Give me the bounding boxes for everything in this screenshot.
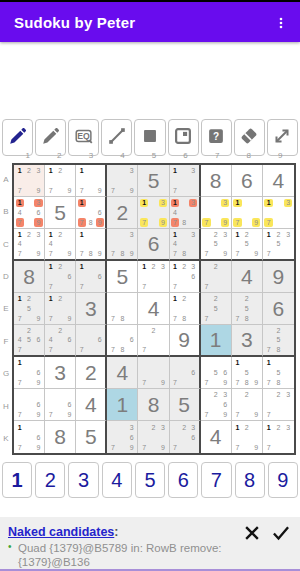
pen-icon (7, 125, 29, 150)
cell-C6[interactable]: 13478 (170, 229, 201, 261)
cell-A6[interactable]: 137 (170, 165, 201, 197)
candidate-7: 7 (16, 443, 24, 452)
pencil-marks: 679 (14, 389, 44, 420)
question-icon: ? (205, 125, 227, 150)
cell-H8[interactable]: 279 (232, 389, 263, 421)
candidate-1: 1 (47, 295, 55, 304)
candidate-4: 4 (16, 240, 24, 248)
candidate-2: 2 (56, 327, 64, 335)
candidate-2: 2 (212, 295, 220, 304)
apply-hint-icon[interactable] (270, 523, 292, 547)
candidate-9: 9 (65, 410, 73, 419)
digit-button-6[interactable]: 6 (168, 462, 198, 498)
cell-E2[interactable]: 1279 (45, 293, 76, 325)
cell-A1[interactable]: 12379 (14, 165, 45, 197)
candidate-2: 2 (243, 295, 251, 304)
candidate-2: 2 (56, 231, 64, 239)
dismiss-hint-icon[interactable] (242, 523, 262, 547)
candidate-9: 9 (159, 218, 167, 227)
candidate-3: 3 (128, 423, 136, 432)
candidate-8: 8 (87, 249, 95, 257)
cell-D3[interactable]: 167 (76, 261, 107, 293)
candidate-3: 3 (189, 167, 197, 176)
candidate-5: 5 (212, 368, 220, 377)
candidate-2: 2 (212, 391, 220, 400)
pencil-marks: 12357 (263, 229, 294, 259)
cell-H7[interactable]: 23679 (201, 389, 232, 421)
cell-G8[interactable]: 15789 (232, 357, 263, 389)
kebab-menu-icon[interactable] (268, 10, 294, 36)
candidate-7: 7 (78, 345, 86, 353)
candidate-3: 3 (221, 391, 229, 400)
candidate-7: 7 (202, 218, 210, 227)
candidate-9: 9 (221, 378, 229, 387)
pencil-marks: 78 (107, 293, 137, 324)
candidate-9: 9 (34, 186, 42, 195)
candidate-7: 7 (171, 314, 179, 323)
cell-H6[interactable]: 5 (170, 389, 201, 421)
candidate-1: 1 (264, 231, 273, 239)
svg-text:EQ: EQ (77, 131, 90, 141)
digit-button-9[interactable]: 9 (268, 462, 298, 498)
candidate-7: 7 (140, 345, 148, 353)
digit-button-1[interactable]: 1 (2, 462, 32, 498)
cell-A8[interactable]: 6 (232, 165, 263, 197)
row-label-C: C (0, 228, 12, 260)
cell-F4[interactable]: 678 (107, 325, 138, 357)
candidate-7: 7 (171, 378, 179, 387)
candidate-6: 6 (34, 208, 42, 217)
cell-A4[interactable]: 379 (107, 165, 138, 197)
number-pad: 123456789 (2, 462, 298, 498)
col-label-2: 2 (44, 151, 76, 162)
digit-button-7[interactable]: 7 (201, 462, 231, 498)
cell-C5[interactable]: 6 (138, 229, 169, 261)
candidate-9: 9 (96, 249, 104, 257)
pencil-marks: 678 (107, 325, 137, 355)
cell-H2[interactable]: 679 (45, 389, 76, 421)
pencil-marks: 1679 (14, 357, 44, 388)
row-label-F: F (0, 325, 12, 357)
col-label-7: 7 (201, 151, 233, 162)
candidate-6: 6 (65, 400, 73, 409)
candidate-3: 3 (189, 263, 197, 272)
column-labels: 123456789 (12, 151, 296, 162)
candidate-2: 2 (25, 327, 33, 335)
candidate-5: 5 (212, 240, 220, 248)
cell-K9[interactable]: 1237 (263, 421, 294, 453)
candidate-2: 2 (56, 295, 64, 304)
cell-H5[interactable]: 8 (138, 389, 169, 421)
cell-G3[interactable]: 2 (76, 357, 107, 389)
cell-B3[interactable]: 16789 (76, 197, 107, 229)
cell-C3[interactable]: 1789 (76, 229, 107, 261)
candidate-6: 6 (34, 400, 42, 409)
candidate-6: 6 (65, 272, 73, 281)
candidate-7: 7 (16, 345, 24, 353)
cell-K7[interactable]: 4 (201, 421, 232, 453)
pencil-marks: 179 (232, 197, 262, 228)
candidate-4: 4 (16, 336, 24, 344)
cell-C4[interactable]: 3789 (107, 229, 138, 261)
candidate-7: 7 (264, 443, 273, 452)
pencil-marks: 134679 (14, 197, 44, 228)
cell-E4[interactable]: 78 (107, 293, 138, 325)
digit-button-3[interactable]: 3 (68, 462, 98, 498)
cell-K6[interactable]: 2367 (170, 421, 201, 453)
candidate-7: 7 (264, 249, 273, 257)
candidate-5: 5 (243, 304, 251, 313)
candidate-2: 2 (56, 263, 64, 272)
candidate-7: 7 (78, 186, 86, 195)
cell-B4[interactable]: 2 (107, 197, 138, 229)
cell-E5[interactable]: 4 (138, 293, 169, 325)
cell-G7[interactable]: 5679 (201, 357, 232, 389)
candidate-6: 6 (128, 433, 136, 442)
candidate-7: 7 (202, 282, 210, 291)
col-label-9: 9 (264, 151, 296, 162)
pencil-marks: 79 (138, 357, 168, 388)
cell-value: 4 (107, 357, 137, 388)
candidate-7: 7 (16, 218, 24, 227)
digit-button-2[interactable]: 2 (35, 462, 65, 498)
candidate-5: 5 (212, 304, 220, 313)
pencil-marks: 12579 (14, 293, 44, 324)
cell-value: 4 (201, 421, 231, 453)
candidate-7: 7 (202, 410, 210, 419)
pencil-marks: 1237 (263, 421, 294, 453)
cell-value: 1 (107, 389, 137, 420)
candidate-7: 7 (171, 218, 179, 227)
cell-A5[interactable]: 5 (138, 165, 169, 197)
cell-value: 3 (232, 325, 262, 355)
cell-value: 5 (76, 421, 105, 453)
cell-F6[interactable]: 9 (170, 325, 201, 357)
candidate-7: 7 (233, 410, 241, 419)
pencil-marks: 3679 (107, 421, 137, 453)
pencil-marks: 23679 (201, 389, 231, 420)
candidate-1: 1 (78, 199, 86, 208)
cell-value: 4 (263, 165, 294, 196)
pencil-marks: 2379 (138, 421, 168, 453)
candidate-1: 1 (171, 231, 179, 239)
pencil-icon (40, 125, 62, 150)
cell-D9[interactable]: 9 (263, 261, 294, 293)
cell-G5[interactable]: 79 (138, 357, 169, 389)
cell-H3[interactable]: 4 (76, 389, 107, 421)
candidate-8: 8 (180, 249, 188, 257)
cell-K8[interactable]: 1279 (232, 421, 263, 453)
candidate-1: 1 (47, 167, 55, 176)
corner-square-icon (172, 125, 194, 150)
pencil-marks: 679 (45, 389, 75, 420)
cell-E3[interactable]: 3 (76, 293, 107, 325)
candidate-3: 3 (189, 231, 197, 239)
candidate-6: 6 (34, 433, 42, 442)
candidate-1: 1 (140, 199, 148, 208)
candidate-8: 8 (118, 249, 126, 257)
cell-F1[interactable]: 24567 (14, 325, 45, 357)
candidate-9: 9 (96, 218, 104, 227)
candidate-3: 3 (284, 231, 293, 239)
pencil-marks: 23579 (201, 229, 231, 259)
candidate-1: 1 (47, 231, 55, 239)
cell-E6[interactable]: 1278 (170, 293, 201, 325)
candidate-3: 3 (221, 199, 229, 208)
candidate-2: 2 (212, 231, 220, 239)
candidate-2: 2 (274, 327, 283, 335)
candidate-7: 7 (47, 186, 55, 195)
cell-value: 5 (107, 261, 137, 292)
candidate-1: 1 (78, 231, 86, 239)
cell-G2[interactable]: 3 (45, 357, 76, 389)
pencil-marks: 27 (138, 325, 168, 355)
cell-K3[interactable]: 5 (76, 421, 107, 453)
cell-B7[interactable]: 379 (201, 197, 232, 229)
candidate-9: 9 (128, 249, 136, 257)
candidate-9: 9 (159, 378, 167, 387)
cell-C8[interactable]: 12579 (232, 229, 263, 261)
candidate-6: 6 (96, 336, 104, 344)
candidate-7: 7 (233, 314, 241, 323)
cell-C1[interactable]: 123479 (14, 229, 45, 261)
cell-G4[interactable]: 4 (107, 357, 138, 389)
cell-D8[interactable]: 4 (232, 261, 263, 293)
candidate-9: 9 (34, 314, 42, 323)
pencil-marks: 15789 (232, 357, 262, 388)
candidate-7: 7 (140, 378, 148, 387)
cell-D6[interactable]: 12367 (170, 261, 201, 293)
cell-B9[interactable]: 137 (263, 197, 294, 229)
candidate-7: 7 (16, 186, 24, 195)
pencil-marks: 12479 (45, 229, 75, 259)
cell-H1[interactable]: 679 (14, 389, 45, 421)
candidate-8: 8 (118, 314, 126, 323)
candidate-6: 6 (221, 368, 229, 377)
cell-K2[interactable]: 8 (45, 421, 76, 453)
candidate-2: 2 (274, 423, 283, 432)
pencil-marks: 1679 (14, 421, 44, 453)
row-label-G: G (0, 358, 12, 390)
cell-E8[interactable]: 2578 (232, 293, 263, 325)
candidate-9: 9 (34, 218, 42, 227)
cell-B2[interactable]: 5 (45, 197, 76, 229)
candidate-7: 7 (78, 282, 86, 291)
row-label-B: B (0, 195, 12, 227)
candidate-7: 7 (109, 443, 117, 452)
candidate-7: 7 (78, 249, 86, 257)
cell-A9[interactable]: 4 (263, 165, 294, 197)
find-eq-icon: EQ (73, 125, 95, 150)
cell-B5[interactable]: 1379 (138, 197, 169, 229)
candidate-3: 3 (189, 199, 197, 208)
digit-button-4[interactable]: 4 (102, 462, 132, 498)
candidate-9: 9 (221, 410, 229, 419)
cell-F5[interactable]: 27 (138, 325, 169, 357)
candidate-3: 3 (284, 199, 293, 208)
pencil-marks: 1578 (263, 357, 294, 388)
candidate-7: 7 (47, 282, 55, 291)
cell-value: 3 (45, 357, 75, 388)
expand-icon (271, 125, 293, 150)
cell-B6[interactable]: 13478 (170, 197, 201, 229)
candidate-4: 4 (171, 240, 179, 248)
app-bar: Sudoku by Peter (0, 0, 300, 42)
col-label-8: 8 (233, 151, 265, 162)
row-label-K: K (0, 423, 12, 455)
cell-G1[interactable]: 1679 (14, 357, 45, 389)
candidate-1: 1 (171, 199, 179, 208)
cell-G9[interactable]: 1578 (263, 357, 294, 389)
cell-value: 5 (170, 389, 199, 420)
pencil-marks: 379 (107, 165, 137, 196)
candidate-7: 7 (264, 218, 273, 227)
cell-C2[interactable]: 12479 (45, 229, 76, 261)
pencil-marks: 1278 (170, 293, 199, 324)
candidate-2: 2 (25, 167, 33, 176)
row-labels: ABCDEFGHK (0, 163, 12, 455)
sudoku-board: 1237912791793795137864134679516789213791… (12, 163, 296, 455)
candidate-9: 9 (34, 249, 42, 257)
candidate-3: 3 (128, 167, 136, 176)
candidate-2: 2 (274, 391, 283, 400)
candidate-7: 7 (16, 410, 24, 419)
pencil-marks: 279 (232, 389, 262, 420)
cell-K4[interactable]: 3679 (107, 421, 138, 453)
pencil-marks: 12367 (170, 261, 199, 292)
cell-value: 8 (201, 165, 231, 196)
candidate-9: 9 (34, 443, 42, 452)
candidate-7: 7 (233, 218, 241, 227)
cell-D2[interactable]: 1267 (45, 261, 76, 293)
candidate-5: 5 (25, 336, 33, 344)
pencil-marks: 67 (170, 357, 199, 388)
candidate-7: 7 (233, 443, 241, 452)
cell-E7[interactable]: 257 (201, 293, 232, 325)
cell-E1[interactable]: 12579 (14, 293, 45, 325)
cell-value: 8 (45, 421, 75, 453)
cell-K1[interactable]: 1679 (14, 421, 45, 453)
cell-value: 6 (263, 293, 294, 324)
col-label-4: 4 (107, 151, 139, 162)
pencil-marks: 257 (201, 293, 231, 324)
cell-E9[interactable]: 6 (263, 293, 294, 325)
cell-B8[interactable]: 179 (232, 197, 263, 229)
candidate-9: 9 (65, 314, 73, 323)
candidate-1: 1 (233, 359, 241, 368)
candidate-6: 6 (189, 433, 197, 442)
cell-A7[interactable]: 8 (201, 165, 232, 197)
candidate-7: 7 (233, 249, 241, 257)
cell-F3[interactable]: 67 (76, 325, 107, 357)
candidate-6: 6 (128, 336, 136, 344)
cell-C9[interactable]: 12357 (263, 229, 294, 261)
digit-button-5[interactable]: 5 (135, 462, 165, 498)
pencil-marks: 2367 (170, 421, 199, 453)
cell-K5[interactable]: 2379 (138, 421, 169, 453)
eraser-icon (238, 125, 260, 150)
app-title: Sudoku by Peter (14, 14, 135, 31)
candidate-5: 5 (243, 368, 251, 377)
cell-F8[interactable]: 3 (232, 325, 263, 357)
cell-D4[interactable]: 5 (107, 261, 138, 293)
col-label-5: 5 (138, 151, 170, 162)
candidate-7: 7 (171, 443, 179, 452)
cell-A2[interactable]: 1279 (45, 165, 76, 197)
candidate-3: 3 (159, 423, 167, 432)
cell-value: 4 (76, 389, 105, 420)
candidate-4: 4 (16, 208, 24, 217)
candidate-8: 8 (180, 218, 188, 227)
col-label-3: 3 (75, 151, 107, 162)
cell-F7[interactable]: 1 (201, 325, 232, 357)
candidate-9: 9 (65, 249, 73, 257)
cell-value: 5 (45, 197, 75, 228)
cell-F9[interactable]: 2578 (263, 325, 294, 357)
cell-G6[interactable]: 67 (170, 357, 201, 389)
candidate-6: 6 (221, 400, 229, 409)
candidate-7: 7 (47, 345, 55, 353)
candidate-7: 7 (140, 282, 148, 291)
pencil-marks: 379 (201, 197, 231, 228)
pencil-marks: 137 (263, 197, 294, 228)
candidate-1: 1 (171, 167, 179, 176)
candidate-7: 7 (109, 249, 117, 257)
candidate-2: 2 (25, 295, 33, 304)
candidate-9: 9 (252, 378, 260, 387)
candidate-6: 6 (34, 336, 42, 344)
cell-value: 9 (263, 261, 294, 292)
cell-D1[interactable]: 8 (14, 261, 45, 293)
candidate-1: 1 (140, 263, 148, 272)
candidate-8: 8 (87, 218, 95, 227)
cell-D5[interactable]: 1237 (138, 261, 169, 293)
candidate-5: 5 (274, 368, 283, 377)
svg-text:?: ? (213, 131, 219, 142)
cell-H9[interactable]: 237 (263, 389, 294, 421)
candidate-1: 1 (78, 167, 86, 176)
cell-A3[interactable]: 179 (76, 165, 107, 197)
candidate-3: 3 (34, 199, 42, 208)
pencil-marks: 13478 (170, 229, 199, 259)
cell-D7[interactable]: 27 (201, 261, 232, 293)
candidate-7: 7 (109, 314, 117, 323)
hint-bullet: • (8, 541, 12, 554)
cell-B1[interactable]: 134679 (14, 197, 45, 229)
candidate-1: 1 (233, 423, 241, 432)
cell-value: 4 (138, 293, 168, 324)
pencil-marks: 3789 (107, 229, 137, 259)
hint-technique-link[interactable]: Naked candidates (8, 525, 114, 539)
candidate-1: 1 (171, 295, 179, 304)
cell-H4[interactable]: 1 (107, 389, 138, 421)
candidate-7: 7 (16, 249, 24, 257)
candidate-1: 1 (233, 199, 241, 208)
candidate-5: 5 (25, 304, 33, 313)
candidate-6: 6 (34, 368, 42, 377)
candidate-6: 6 (96, 272, 104, 281)
candidate-2: 2 (25, 231, 33, 239)
cell-C7[interactable]: 23579 (201, 229, 232, 261)
hint-colon: : (114, 525, 118, 539)
cell-F2[interactable]: 2467 (45, 325, 76, 357)
pencil-marks: 13478 (170, 197, 199, 228)
candidate-2: 2 (56, 167, 64, 176)
candidate-9: 9 (252, 443, 260, 452)
cell-value: 2 (76, 357, 105, 388)
digit-button-8[interactable]: 8 (235, 462, 265, 498)
cell-value: 1 (201, 325, 231, 355)
